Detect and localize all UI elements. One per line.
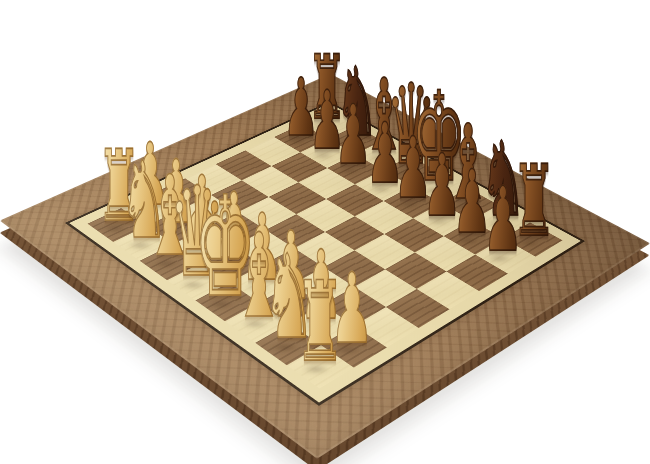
white-rook-icon: ♜ [296, 267, 346, 378]
black-pawn-icon: ♟ [484, 176, 524, 265]
black-pawn: ♟ [475, 201, 532, 264]
chess-set-photo: ♜♟♞♟♝♟♛♟♚♟♝♟♟♞♜♟♟♜♞♟♟♝♟♛♟♚♟♝♟♞♟♜ [0, 0, 650, 464]
pieces-layer: ♜♟♞♟♝♟♛♟♚♟♝♟♟♞♜♟♟♜♞♟♟♝♟♛♟♚♟♝♟♞♟♜ [0, 0, 650, 464]
white-rook: ♜ [285, 299, 356, 378]
